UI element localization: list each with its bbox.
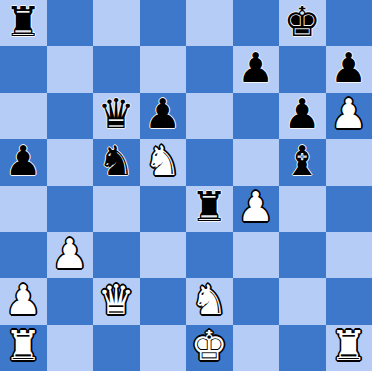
square-f2[interactable] bbox=[233, 278, 280, 324]
square-e6[interactable] bbox=[186, 93, 233, 139]
square-h2[interactable] bbox=[326, 278, 372, 324]
piece-black-queen[interactable]: ♛ bbox=[98, 94, 135, 135]
square-f1[interactable] bbox=[233, 325, 280, 371]
square-h3[interactable] bbox=[326, 232, 372, 278]
square-g3[interactable] bbox=[279, 232, 326, 278]
square-d3[interactable] bbox=[140, 232, 187, 278]
square-e7[interactable] bbox=[186, 46, 233, 92]
square-h1[interactable]: ♜ bbox=[326, 325, 372, 371]
piece-black-king[interactable]: ♚ bbox=[284, 2, 321, 43]
square-b8[interactable] bbox=[47, 0, 94, 46]
piece-white-knight[interactable]: ♞ bbox=[191, 280, 228, 321]
square-d6[interactable]: ♟ bbox=[140, 93, 187, 139]
square-d5[interactable]: ♞ bbox=[140, 139, 187, 185]
square-d4[interactable] bbox=[140, 186, 187, 232]
square-f6[interactable] bbox=[233, 93, 280, 139]
piece-white-pawn[interactable]: ♟ bbox=[237, 187, 274, 228]
square-c8[interactable] bbox=[93, 0, 140, 46]
piece-black-rook[interactable]: ♜ bbox=[5, 2, 42, 43]
square-a8[interactable]: ♜ bbox=[0, 0, 47, 46]
square-c1[interactable] bbox=[93, 325, 140, 371]
chess-board: ♜♚♟♟♛♟♟♟♟♞♞♝♜♟♟♟♛♞♜♚♜ bbox=[0, 0, 372, 371]
square-h4[interactable] bbox=[326, 186, 372, 232]
square-a4[interactable] bbox=[0, 186, 47, 232]
square-b1[interactable] bbox=[47, 325, 94, 371]
square-c4[interactable] bbox=[93, 186, 140, 232]
square-f8[interactable] bbox=[233, 0, 280, 46]
piece-black-pawn[interactable]: ♟ bbox=[237, 48, 274, 89]
square-g1[interactable] bbox=[279, 325, 326, 371]
square-d1[interactable] bbox=[140, 325, 187, 371]
square-g7[interactable] bbox=[279, 46, 326, 92]
square-e3[interactable] bbox=[186, 232, 233, 278]
square-h8[interactable] bbox=[326, 0, 372, 46]
square-g8[interactable]: ♚ bbox=[279, 0, 326, 46]
square-f4[interactable]: ♟ bbox=[233, 186, 280, 232]
square-c3[interactable] bbox=[93, 232, 140, 278]
square-b2[interactable] bbox=[47, 278, 94, 324]
piece-black-knight[interactable]: ♞ bbox=[98, 141, 135, 182]
square-e5[interactable] bbox=[186, 139, 233, 185]
square-a7[interactable] bbox=[0, 46, 47, 92]
square-c5[interactable]: ♞ bbox=[93, 139, 140, 185]
square-g2[interactable] bbox=[279, 278, 326, 324]
piece-white-pawn[interactable]: ♟ bbox=[51, 234, 88, 275]
square-b7[interactable] bbox=[47, 46, 94, 92]
square-a1[interactable]: ♜ bbox=[0, 325, 47, 371]
square-c6[interactable]: ♛ bbox=[93, 93, 140, 139]
square-e2[interactable]: ♞ bbox=[186, 278, 233, 324]
square-b6[interactable] bbox=[47, 93, 94, 139]
square-a2[interactable]: ♟ bbox=[0, 278, 47, 324]
square-f7[interactable]: ♟ bbox=[233, 46, 280, 92]
square-h7[interactable]: ♟ bbox=[326, 46, 372, 92]
square-d8[interactable] bbox=[140, 0, 187, 46]
piece-black-bishop[interactable]: ♝ bbox=[284, 141, 321, 182]
square-f3[interactable] bbox=[233, 232, 280, 278]
piece-black-pawn[interactable]: ♟ bbox=[5, 141, 42, 182]
piece-white-king[interactable]: ♚ bbox=[191, 326, 228, 367]
square-a6[interactable] bbox=[0, 93, 47, 139]
piece-white-rook[interactable]: ♜ bbox=[330, 326, 367, 367]
square-c2[interactable]: ♛ bbox=[93, 278, 140, 324]
square-a3[interactable] bbox=[0, 232, 47, 278]
piece-white-rook[interactable]: ♜ bbox=[5, 326, 42, 367]
square-g5[interactable]: ♝ bbox=[279, 139, 326, 185]
piece-white-pawn[interactable]: ♟ bbox=[330, 94, 367, 135]
square-e1[interactable]: ♚ bbox=[186, 325, 233, 371]
square-d7[interactable] bbox=[140, 46, 187, 92]
square-f5[interactable] bbox=[233, 139, 280, 185]
piece-white-pawn[interactable]: ♟ bbox=[5, 280, 42, 321]
piece-white-knight[interactable]: ♞ bbox=[144, 141, 181, 182]
square-g6[interactable]: ♟ bbox=[279, 93, 326, 139]
square-d2[interactable] bbox=[140, 278, 187, 324]
square-b3[interactable]: ♟ bbox=[47, 232, 94, 278]
square-b5[interactable] bbox=[47, 139, 94, 185]
piece-black-rook[interactable]: ♜ bbox=[191, 187, 228, 228]
piece-black-pawn[interactable]: ♟ bbox=[284, 94, 321, 135]
square-h6[interactable]: ♟ bbox=[326, 93, 372, 139]
square-c7[interactable] bbox=[93, 46, 140, 92]
piece-black-pawn[interactable]: ♟ bbox=[330, 48, 367, 89]
square-h5[interactable] bbox=[326, 139, 372, 185]
piece-black-pawn[interactable]: ♟ bbox=[144, 94, 181, 135]
square-e4[interactable]: ♜ bbox=[186, 186, 233, 232]
square-e8[interactable] bbox=[186, 0, 233, 46]
square-g4[interactable] bbox=[279, 186, 326, 232]
square-b4[interactable] bbox=[47, 186, 94, 232]
piece-white-queen[interactable]: ♛ bbox=[98, 280, 135, 321]
square-a5[interactable]: ♟ bbox=[0, 139, 47, 185]
